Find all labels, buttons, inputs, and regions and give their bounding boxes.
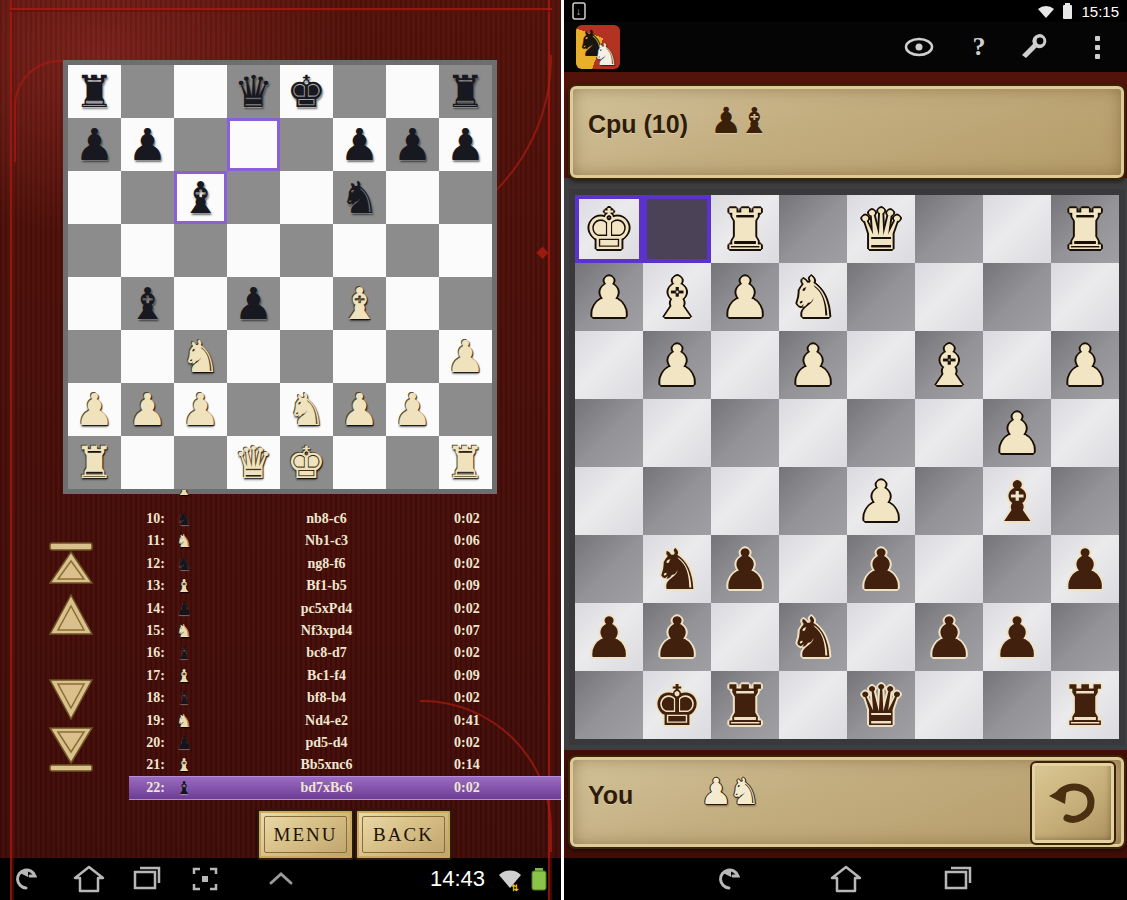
square-b8[interactable]	[121, 65, 174, 118]
square-h4[interactable]	[439, 277, 492, 330]
go-to-end-button[interactable]	[42, 726, 100, 772]
move-time: 0:02	[454, 556, 561, 572]
black-piece-icon: ♝	[169, 643, 199, 663]
square-e6[interactable]	[779, 535, 847, 603]
home-nav-icon[interactable]	[72, 864, 106, 894]
square-f4[interactable]: ♝	[333, 277, 386, 330]
move-row-11[interactable]: 11:♞Nb1-c30:06	[129, 530, 561, 552]
square-d5[interactable]: ♟	[847, 467, 915, 535]
white-bishop: ♝	[643, 263, 711, 331]
square-b5[interactable]: ♝	[983, 467, 1051, 535]
recents-nav-icon[interactable]	[941, 864, 975, 894]
black-pawn: ♟	[386, 118, 439, 171]
wifi-status-icon: ⇅	[497, 866, 523, 892]
move-row-16[interactable]: 16:♝bc8-d70:02	[129, 642, 561, 664]
battery-status-icon	[531, 866, 547, 892]
battery-status-icon	[1062, 2, 1073, 20]
move-number: 21:	[129, 757, 169, 773]
left-board: ♜♛♚♜♟♟♟♟♟♝♞♝♟♝♞♟♟♟♟♞♟♟♜♛♚♜	[63, 60, 497, 494]
square-a7[interactable]	[1051, 603, 1119, 671]
overflow-menu-icon[interactable]	[1080, 30, 1114, 64]
square-b4[interactable]: ♝	[121, 277, 174, 330]
white-queen: ♛	[227, 436, 280, 489]
square-g6[interactable]	[386, 171, 439, 224]
move-row-18[interactable]: 18:♝bf8-b40:02	[129, 687, 561, 709]
black-king: ♚	[643, 671, 711, 739]
square-c6[interactable]: ♝	[174, 171, 227, 224]
square-d6[interactable]	[227, 171, 280, 224]
square-a4[interactable]	[1051, 399, 1119, 467]
ornament-corner-arc-tl	[14, 60, 62, 162]
white-piece-icon: ♞	[169, 621, 199, 641]
white-pawn: ♟	[575, 263, 643, 331]
square-e4[interactable]	[779, 399, 847, 467]
black-rook: ♜	[439, 65, 492, 118]
move-text: Nf3xpd4	[199, 623, 454, 639]
square-b1[interactable]	[983, 195, 1051, 263]
white-knight-logo-icon: ♞	[592, 37, 619, 69]
square-c2[interactable]	[915, 263, 983, 331]
black-king: ♚	[280, 65, 333, 118]
chess-app-icon: ♞ ♞	[576, 25, 620, 69]
square-b1[interactable]	[121, 436, 174, 489]
move-row-19[interactable]: 19:♞Nd4-e20:41	[129, 710, 561, 732]
square-c3[interactable]: ♝	[915, 331, 983, 399]
square-d8[interactable]: ♛	[227, 65, 280, 118]
white-pawn: ♟	[711, 263, 779, 331]
move-time: 0:14	[454, 757, 561, 773]
step-back-button[interactable]	[42, 592, 100, 638]
right-clock: 15:15	[1081, 3, 1119, 20]
square-e7[interactable]	[280, 118, 333, 171]
square-g3[interactable]: ♟	[643, 331, 711, 399]
black-knight: ♞	[643, 535, 711, 603]
square-g2[interactable]: ♝	[643, 263, 711, 331]
black-pawn: ♟	[1051, 535, 1119, 603]
square-d8[interactable]: ♛	[847, 671, 915, 739]
square-e5[interactable]	[779, 467, 847, 535]
square-a2[interactable]	[1051, 263, 1119, 331]
move-time: 0:09	[454, 668, 561, 684]
move-time: 0:02	[454, 690, 561, 706]
white-pawn: ♟	[439, 330, 492, 383]
square-f2[interactable]: ♟	[333, 383, 386, 436]
square-d5[interactable]	[227, 224, 280, 277]
right-board: ♚♜♛♜♟♝♟♞♟♟♝♟♟♟♝♞♟♟♟♟♟♞♟♟♚♜♛♜	[569, 189, 1125, 745]
move-time: 0:02	[454, 735, 561, 751]
svg-text:↓: ↓	[576, 6, 581, 17]
square-c3[interactable]: ♞	[174, 330, 227, 383]
notification-download-icon: ↓	[572, 2, 586, 20]
move-row-13[interactable]: 13:♝Bf1-b50:09	[129, 575, 561, 597]
white-piece-icon: ♝	[169, 666, 199, 686]
move-time: 0:07	[454, 623, 561, 639]
captured-white-knight: ♞	[728, 769, 760, 815]
left-system-bar: 14:43 ⇅	[0, 858, 561, 900]
square-a3[interactable]	[68, 330, 121, 383]
right-system-bar	[564, 858, 1127, 900]
move-number: 10:	[129, 511, 169, 527]
square-d7[interactable]	[847, 603, 915, 671]
square-e7[interactable]: ♞	[779, 603, 847, 671]
square-a4[interactable]	[68, 277, 121, 330]
ornament-top-line	[10, 8, 552, 12]
white-pawn: ♟	[333, 383, 386, 436]
square-c7[interactable]	[174, 118, 227, 171]
square-f6[interactable]: ♟	[711, 535, 779, 603]
square-c1[interactable]	[915, 195, 983, 263]
move-time: 0:02	[454, 645, 561, 661]
white-pawn: ♟	[1051, 331, 1119, 399]
square-a2[interactable]: ♟	[68, 383, 121, 436]
move-number: 20:	[129, 735, 169, 751]
square-a7[interactable]: ♟	[68, 118, 121, 171]
back-nav-icon[interactable]	[14, 864, 48, 894]
square-e2[interactable]: ♞	[779, 263, 847, 331]
move-number: 16:	[129, 645, 169, 661]
white-pawn: ♟	[121, 383, 174, 436]
white-pawn: ♟	[643, 331, 711, 399]
white-rook: ♜	[68, 436, 121, 489]
you-panel: You ♟♞	[568, 755, 1126, 849]
caret-up-icon[interactable]	[266, 868, 296, 890]
square-e1[interactable]: ♚	[280, 436, 333, 489]
move-text: pc5xPd4	[199, 601, 454, 617]
square-c7[interactable]: ♟	[915, 603, 983, 671]
square-b2[interactable]	[983, 263, 1051, 331]
move-number: 19:	[129, 713, 169, 729]
move-text: bc8-d7	[199, 645, 454, 661]
square-b6[interactable]	[121, 171, 174, 224]
screenshot-divider	[561, 0, 564, 900]
move-time: 0:02	[454, 511, 561, 527]
home-nav-icon[interactable]	[829, 864, 863, 894]
cpu-panel: Cpu (10) ♟♝	[568, 84, 1126, 180]
square-c8[interactable]	[174, 65, 227, 118]
move-row-17[interactable]: 17:♝Bc1-f40:09	[129, 665, 561, 687]
you-label: You	[588, 781, 633, 810]
move-text: nb8-c6	[199, 511, 454, 527]
square-h6[interactable]	[575, 535, 643, 603]
square-c4[interactable]	[915, 399, 983, 467]
square-d7[interactable]	[227, 118, 280, 171]
move-time: 0:41	[454, 713, 561, 729]
square-c4[interactable]	[174, 277, 227, 330]
square-d2[interactable]	[847, 263, 915, 331]
white-piece-icon: ♝	[169, 576, 199, 596]
captured-black-bishop: ♝	[738, 98, 770, 144]
app-toolbar: ♞ ♞ ?	[564, 22, 1127, 72]
svg-text:⇅: ⇅	[511, 883, 519, 892]
step-forward-button[interactable]	[42, 676, 100, 722]
square-e8[interactable]: ♚	[280, 65, 333, 118]
square-h1[interactable]: ♜	[439, 436, 492, 489]
move-list: ♝10:♞nb8-c60:0211:♞Nb1-c30:0612:♞ng8-f60…	[129, 490, 561, 808]
black-piece-icon: ♞	[169, 554, 199, 574]
move-row-22[interactable]: 22:♝bd7xBc60:02	[129, 777, 561, 799]
square-c5[interactable]	[174, 224, 227, 277]
square-g7[interactable]: ♟	[643, 603, 711, 671]
move-row-12[interactable]: 12:♞ng8-f60:02	[129, 553, 561, 575]
square-d4[interactable]: ♟	[227, 277, 280, 330]
tools-wrench-icon[interactable]	[1016, 30, 1050, 64]
screenshot: ◆ ♜♛♚♜♟♟♟♟♟♝♞♝♟♝♞♟♟♟♟♞♟♟♜♛♚♜ ♝10:♞nb8-c6…	[0, 0, 1127, 900]
move-number: 22:	[129, 780, 169, 796]
square-e4[interactable]	[280, 277, 333, 330]
square-a8[interactable]: ♜	[1051, 671, 1119, 739]
move-text: Nb1-c3	[199, 533, 454, 549]
move-text: pd5-d4	[199, 735, 454, 751]
black-piece-icon: ♟	[169, 599, 199, 619]
square-f5[interactable]	[711, 467, 779, 535]
move-number: 13:	[129, 578, 169, 594]
wifi-status-icon	[1036, 2, 1056, 20]
move-row-21[interactable]: 21:♝Bb5xnc60:14	[129, 754, 561, 776]
square-a3[interactable]: ♟	[1051, 331, 1119, 399]
screenshot-nav-icon[interactable]	[188, 864, 222, 894]
black-piece-icon: ♝	[169, 778, 199, 798]
black-queen: ♛	[227, 65, 280, 118]
square-d2[interactable]	[227, 383, 280, 436]
undo-move-button[interactable]	[1030, 761, 1116, 845]
black-rook: ♜	[68, 65, 121, 118]
square-h1[interactable]: ♚	[575, 195, 643, 263]
white-piece-icon: ♞	[169, 711, 199, 731]
square-c8[interactable]	[915, 671, 983, 739]
square-f1[interactable]: ♜	[711, 195, 779, 263]
white-pawn: ♟	[847, 467, 915, 535]
cpu-captured-tray: ♟♝	[710, 98, 767, 144]
black-piece-icon: ♞	[169, 509, 199, 529]
move-text: Bf1-b5	[199, 578, 454, 594]
square-g1[interactable]	[386, 436, 439, 489]
square-f3[interactable]	[333, 330, 386, 383]
black-bishop: ♝	[983, 467, 1051, 535]
black-pawn: ♟	[121, 118, 174, 171]
square-e3[interactable]: ♟	[779, 331, 847, 399]
move-number: 15:	[129, 623, 169, 639]
white-piece-icon: ♝	[169, 755, 199, 775]
square-e3[interactable]	[280, 330, 333, 383]
black-rook: ♜	[711, 671, 779, 739]
square-f2[interactable]: ♟	[711, 263, 779, 331]
white-pawn: ♟	[779, 331, 847, 399]
square-f1[interactable]	[333, 436, 386, 489]
square-g1[interactable]	[643, 195, 711, 263]
square-h3[interactable]	[575, 331, 643, 399]
menu-button[interactable]: MENU	[257, 809, 354, 860]
black-pawn: ♟	[227, 277, 280, 330]
square-h5[interactable]	[575, 467, 643, 535]
white-bishop: ♝	[333, 277, 386, 330]
square-h7[interactable]: ♟	[439, 118, 492, 171]
square-f7[interactable]	[711, 603, 779, 671]
square-g5[interactable]	[386, 224, 439, 277]
move-row-14[interactable]: 14:♟pc5xPd40:02	[129, 598, 561, 620]
square-b4[interactable]: ♟	[983, 399, 1051, 467]
left-clock: 14:43	[430, 866, 485, 892]
square-g4[interactable]	[386, 277, 439, 330]
move-row-20[interactable]: 20:♟pd5-d40:02	[129, 732, 561, 754]
white-king: ♚	[280, 436, 333, 489]
show-hint-eye-icon[interactable]	[902, 30, 936, 64]
black-pawn: ♟	[575, 603, 643, 671]
square-d4[interactable]	[847, 399, 915, 467]
move-text: Nd4-e2	[199, 713, 454, 729]
square-h4[interactable]	[575, 399, 643, 467]
square-a1[interactable]: ♜	[1051, 195, 1119, 263]
square-f8[interactable]: ♜	[711, 671, 779, 739]
white-pawn: ♟	[174, 383, 227, 436]
move-number: 11:	[129, 533, 169, 549]
square-a5[interactable]	[68, 224, 121, 277]
square-e1[interactable]	[779, 195, 847, 263]
undo-arrow-icon	[1045, 778, 1101, 828]
back-button-border	[362, 816, 445, 853]
square-h3[interactable]: ♟	[439, 330, 492, 383]
square-d3[interactable]	[227, 330, 280, 383]
help-icon[interactable]: ?	[962, 30, 996, 64]
right-status-bar: ↓ 15:15	[564, 0, 1127, 22]
white-pawn: ♟	[386, 383, 439, 436]
square-f8[interactable]	[333, 65, 386, 118]
menu-button-border	[264, 816, 347, 853]
move-time: 0:02	[454, 780, 561, 796]
square-g7[interactable]: ♟	[386, 118, 439, 171]
right-board-frame: ♚♜♛♜♟♝♟♞♟♟♝♟♟♟♝♞♟♟♟♟♟♞♟♟♚♜♛♜	[564, 178, 1127, 750]
right-app-panel: ↓ 15:15 ♞ ♞ ?	[564, 0, 1127, 900]
black-piece-icon: ♝	[169, 688, 199, 708]
move-text: Bc1-f4	[199, 668, 454, 684]
move-number: 18:	[129, 690, 169, 706]
square-h7[interactable]: ♟	[575, 603, 643, 671]
move-row-9[interactable]: ♝	[129, 490, 561, 500]
square-c1[interactable]	[174, 436, 227, 489]
recents-nav-icon[interactable]	[130, 864, 164, 894]
square-d1[interactable]: ♛	[847, 195, 915, 263]
square-c6[interactable]	[915, 535, 983, 603]
square-g2[interactable]: ♟	[386, 383, 439, 436]
move-time: 0:02	[454, 601, 561, 617]
move-number: 17:	[129, 668, 169, 684]
move-text: bd7xBc6	[199, 780, 454, 796]
move-text: ng8-f6	[199, 556, 454, 572]
square-a6[interactable]: ♟	[1051, 535, 1119, 603]
square-c5[interactable]	[915, 467, 983, 535]
square-b7[interactable]: ♟	[121, 118, 174, 171]
white-knight: ♞	[280, 383, 333, 436]
black-bishop: ♝	[121, 277, 174, 330]
square-e6[interactable]	[280, 171, 333, 224]
square-h8[interactable]	[575, 671, 643, 739]
square-g6[interactable]: ♞	[643, 535, 711, 603]
square-b7[interactable]: ♟	[983, 603, 1051, 671]
white-rook: ♜	[1051, 195, 1119, 263]
white-king: ♚	[575, 195, 643, 263]
square-h6[interactable]	[439, 171, 492, 224]
back-button[interactable]: BACK	[355, 809, 452, 860]
cpu-label: Cpu (10)	[588, 110, 688, 139]
square-a6[interactable]	[68, 171, 121, 224]
square-f3[interactable]	[711, 331, 779, 399]
you-captured-tray: ♟♞	[700, 769, 757, 815]
black-pawn: ♟	[915, 603, 983, 671]
square-f6[interactable]: ♞	[333, 171, 386, 224]
square-g4[interactable]	[643, 399, 711, 467]
square-b3[interactable]	[121, 330, 174, 383]
square-b8[interactable]	[983, 671, 1051, 739]
square-f7[interactable]: ♟	[333, 118, 386, 171]
black-knight: ♞	[333, 171, 386, 224]
white-knight: ♞	[779, 263, 847, 331]
square-b6[interactable]	[983, 535, 1051, 603]
square-b5[interactable]	[121, 224, 174, 277]
white-bishop: ♝	[915, 331, 983, 399]
square-b2[interactable]: ♟	[121, 383, 174, 436]
move-time: 0:06	[454, 533, 561, 549]
black-pawn: ♟	[847, 535, 915, 603]
black-pawn: ♟	[439, 118, 492, 171]
square-e5[interactable]	[280, 224, 333, 277]
back-nav-icon[interactable]	[717, 864, 751, 894]
white-piece-icon: ♝	[169, 490, 199, 499]
square-h8[interactable]: ♜	[439, 65, 492, 118]
move-time: 0:09	[454, 578, 561, 594]
square-g5[interactable]	[643, 467, 711, 535]
black-queen: ♛	[847, 671, 915, 739]
move-text: bf8-b4	[199, 690, 454, 706]
square-g8[interactable]: ♚	[643, 671, 711, 739]
white-rook: ♜	[711, 195, 779, 263]
black-rook: ♜	[1051, 671, 1119, 739]
black-piece-icon: ♟	[169, 733, 199, 753]
move-number: 12:	[129, 556, 169, 572]
black-knight: ♞	[779, 603, 847, 671]
white-queen: ♛	[847, 195, 915, 263]
square-f4[interactable]	[711, 399, 779, 467]
black-pawn: ♟	[68, 118, 121, 171]
square-a1[interactable]: ♜	[68, 436, 121, 489]
square-h5[interactable]	[439, 224, 492, 277]
white-pawn: ♟	[983, 399, 1051, 467]
square-h2[interactable]: ♟	[575, 263, 643, 331]
black-pawn: ♟	[333, 118, 386, 171]
square-a8[interactable]: ♜	[68, 65, 121, 118]
move-number: 14:	[129, 601, 169, 617]
go-to-start-button[interactable]	[42, 541, 100, 587]
move-text: Bb5xnc6	[199, 757, 454, 773]
move-row-10[interactable]: 10:♞nb8-c60:02	[129, 508, 561, 530]
square-d1[interactable]: ♛	[227, 436, 280, 489]
black-pawn: ♟	[711, 535, 779, 603]
square-e8[interactable]	[779, 671, 847, 739]
square-g3[interactable]	[386, 330, 439, 383]
square-e2[interactable]: ♞	[280, 383, 333, 436]
black-bishop: ♝	[174, 171, 227, 224]
square-c2[interactable]: ♟	[174, 383, 227, 436]
white-piece-icon: ♞	[169, 531, 199, 551]
square-f5[interactable]	[333, 224, 386, 277]
black-pawn: ♟	[643, 603, 711, 671]
square-g8[interactable]	[386, 65, 439, 118]
square-d6[interactable]: ♟	[847, 535, 915, 603]
square-h2[interactable]	[439, 383, 492, 436]
square-b3[interactable]	[983, 331, 1051, 399]
square-d3[interactable]	[847, 331, 915, 399]
black-pawn: ♟	[983, 603, 1051, 671]
move-row-15[interactable]: 15:♞Nf3xpd40:07	[129, 620, 561, 642]
square-a5[interactable]	[1051, 467, 1119, 535]
